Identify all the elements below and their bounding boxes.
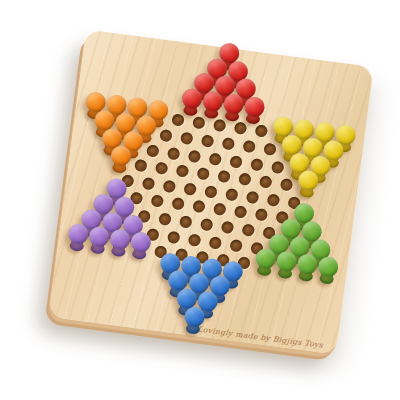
peg-green[interactable]: [316, 256, 339, 285]
board-hole[interactable]: [180, 132, 193, 145]
board-hole[interactable]: [234, 122, 247, 135]
board-hole[interactable]: [154, 162, 167, 175]
board-hole[interactable]: [167, 147, 180, 160]
board-hole[interactable]: [221, 137, 234, 150]
board-hole[interactable]: [192, 116, 205, 129]
board-hole[interactable]: [200, 134, 213, 147]
board-hole[interactable]: [188, 149, 201, 162]
board-hole[interactable]: [187, 233, 200, 246]
red-peg-head: [222, 93, 244, 115]
board-hole[interactable]: [163, 180, 176, 193]
peg-purple[interactable]: [87, 226, 110, 255]
board-hole[interactable]: [250, 158, 263, 171]
peg-red[interactable]: [179, 87, 202, 116]
board-hole[interactable]: [159, 129, 172, 142]
board-hole[interactable]: [246, 191, 259, 204]
board-hole[interactable]: [233, 206, 246, 219]
peg-orange[interactable]: [108, 145, 131, 174]
board-hole[interactable]: [267, 193, 280, 206]
brand-engraving: Lovingly made by Bigjigs Toys: [197, 324, 324, 349]
board-hole[interactable]: [263, 143, 276, 156]
board-hole[interactable]: [200, 218, 213, 231]
board-hole[interactable]: [242, 223, 255, 236]
peg-green[interactable]: [274, 250, 297, 279]
board-hole[interactable]: [259, 175, 272, 188]
board-hole[interactable]: [150, 195, 163, 208]
board-hole[interactable]: [225, 188, 238, 201]
peg-purple[interactable]: [66, 223, 89, 252]
board-hole[interactable]: [279, 178, 292, 191]
board-hole[interactable]: [167, 230, 180, 243]
board-hole[interactable]: [142, 177, 155, 190]
board-hole[interactable]: [213, 203, 226, 216]
board-hole[interactable]: [271, 160, 284, 173]
board-hole[interactable]: [229, 239, 242, 252]
board-hole[interactable]: [255, 125, 268, 138]
board-hole[interactable]: [134, 159, 147, 172]
board-hole[interactable]: [204, 185, 217, 198]
peg-red[interactable]: [242, 95, 265, 124]
board-hole[interactable]: [217, 170, 230, 183]
board-hole[interactable]: [158, 213, 171, 226]
peg-purple[interactable]: [129, 231, 152, 260]
peg-red[interactable]: [200, 90, 223, 119]
peg-purple[interactable]: [108, 228, 131, 257]
board-hole[interactable]: [192, 200, 205, 213]
board-hole[interactable]: [229, 155, 242, 168]
red-peg-head: [180, 87, 202, 109]
board-hole[interactable]: [209, 152, 222, 165]
board-hole[interactable]: [213, 119, 226, 132]
peg-red[interactable]: [221, 93, 244, 122]
board-hole[interactable]: [238, 173, 251, 186]
board-hole[interactable]: [242, 140, 255, 153]
board-hole[interactable]: [146, 144, 159, 157]
board-hole[interactable]: [208, 236, 221, 249]
board-hole[interactable]: [175, 164, 188, 177]
board-hole[interactable]: [221, 221, 234, 234]
peg-green[interactable]: [254, 248, 277, 277]
board-hole[interactable]: [183, 182, 196, 195]
board-hole[interactable]: [171, 197, 184, 210]
peg-yellow[interactable]: [296, 170, 319, 199]
board-hole[interactable]: [196, 167, 209, 180]
board-hole[interactable]: [254, 208, 267, 221]
board-hole[interactable]: [179, 215, 192, 228]
peg-green[interactable]: [295, 253, 318, 282]
photo-background: Lovingly made by Bigjigs Toys: [0, 0, 400, 400]
board-grid: [86, 29, 374, 67]
chinese-checkers-board: Lovingly made by Bigjigs Toys: [48, 29, 373, 354]
board-hole[interactable]: [171, 114, 184, 127]
